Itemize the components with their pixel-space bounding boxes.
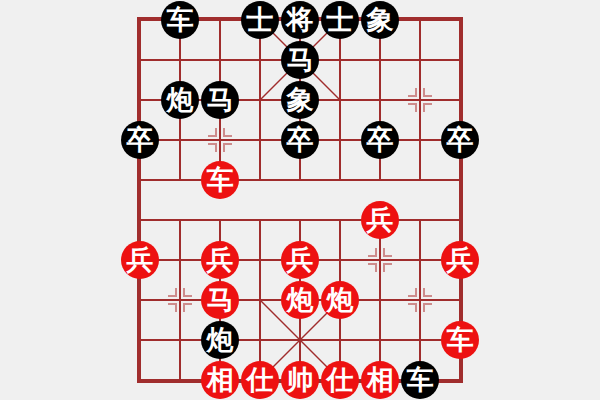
point-marker [183, 303, 192, 312]
point-marker [383, 263, 392, 272]
grid-line [339, 19, 341, 181]
grid-line [139, 19, 141, 381]
grid-line [179, 219, 181, 381]
piece-black-pawn[interactable]: 卒 [441, 121, 479, 159]
point-marker [408, 303, 417, 312]
grid-line [419, 219, 421, 381]
point-marker [408, 88, 417, 97]
piece-black-chariot[interactable]: 车 [161, 1, 199, 39]
piece-red-elephant[interactable]: 相 [201, 361, 239, 399]
point-marker [408, 288, 417, 297]
piece-black-elephant[interactable]: 象 [361, 1, 399, 39]
piece-red-elephant[interactable]: 相 [361, 361, 399, 399]
point-marker [383, 248, 392, 257]
grid-line [259, 219, 261, 381]
piece-black-cannon[interactable]: 炮 [161, 81, 199, 119]
piece-red-pawn[interactable]: 兵 [121, 241, 159, 279]
point-marker [368, 263, 377, 272]
piece-red-advisor[interactable]: 仕 [321, 361, 359, 399]
xiangqi-board: 车士将士象马炮马象卒卒卒卒车兵兵兵兵兵马炮炮炮车相仕帅仕相车 [0, 0, 600, 400]
grid-line [419, 19, 421, 181]
piece-black-pawn[interactable]: 卒 [281, 121, 319, 159]
point-marker [223, 128, 232, 137]
piece-red-chariot[interactable]: 车 [441, 321, 479, 359]
piece-red-pawn[interactable]: 兵 [441, 241, 479, 279]
piece-black-pawn[interactable]: 卒 [361, 121, 399, 159]
piece-red-pawn[interactable]: 兵 [281, 241, 319, 279]
xiangqi-app-canvas: 车士将士象马炮马象卒卒卒卒车兵兵兵兵兵马炮炮炮车相仕帅仕相车 [0, 0, 600, 400]
piece-red-cannon[interactable]: 炮 [321, 281, 359, 319]
piece-black-advisor[interactable]: 士 [321, 1, 359, 39]
point-marker [368, 248, 377, 257]
point-marker [423, 303, 432, 312]
piece-black-cannon[interactable]: 炮 [201, 321, 239, 359]
point-marker [168, 288, 177, 297]
point-marker [423, 288, 432, 297]
piece-black-general[interactable]: 将 [281, 1, 319, 39]
piece-black-horse[interactable]: 马 [281, 41, 319, 79]
piece-black-horse[interactable]: 马 [201, 81, 239, 119]
piece-black-pawn[interactable]: 卒 [121, 121, 159, 159]
grid-line [259, 19, 261, 181]
piece-red-cannon[interactable]: 炮 [281, 281, 319, 319]
point-marker [208, 128, 217, 137]
piece-red-chariot[interactable]: 车 [201, 161, 239, 199]
piece-red-horse[interactable]: 马 [201, 281, 239, 319]
point-marker [423, 103, 432, 112]
piece-black-advisor[interactable]: 士 [241, 1, 279, 39]
point-marker [408, 103, 417, 112]
piece-red-advisor[interactable]: 仕 [241, 361, 279, 399]
piece-red-pawn[interactable]: 兵 [201, 241, 239, 279]
point-marker [223, 143, 232, 152]
piece-red-general[interactable]: 帅 [281, 361, 319, 399]
point-marker [168, 303, 177, 312]
piece-red-pawn[interactable]: 兵 [361, 201, 399, 239]
piece-black-elephant[interactable]: 象 [281, 81, 319, 119]
grid-line [379, 219, 381, 381]
point-marker [423, 88, 432, 97]
point-marker [183, 288, 192, 297]
piece-black-chariot[interactable]: 车 [401, 361, 439, 399]
point-marker [208, 143, 217, 152]
